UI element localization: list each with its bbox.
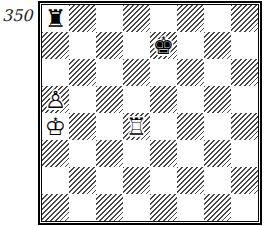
black-rook: ♜♜ [42,5,69,32]
square-b5[interactable] [69,86,96,113]
black-rook-glyph: ♜ [42,5,69,32]
square-b4[interactable] [69,113,96,140]
square-e4[interactable] [150,113,177,140]
square-f6[interactable] [177,59,204,86]
square-e5[interactable] [150,86,177,113]
square-e3[interactable] [150,140,177,167]
white-pawn: ♟♙ [42,86,69,113]
white-king-glyph: ♔ [42,113,69,140]
square-c3[interactable] [96,140,123,167]
square-d5[interactable] [123,86,150,113]
square-h5[interactable] [231,86,258,113]
square-d6[interactable] [123,59,150,86]
square-b1[interactable] [69,194,96,221]
board-inner-frame: ♜♜♚♚♟♙♚♔♜♖ [41,4,259,222]
square-a6[interactable] [42,59,69,86]
square-h7[interactable] [231,32,258,59]
square-g7[interactable] [204,32,231,59]
square-g2[interactable] [204,167,231,194]
board-grid: ♜♜♚♚♟♙♚♔♜♖ [42,5,258,221]
square-a1[interactable] [42,194,69,221]
square-a3[interactable] [42,140,69,167]
square-c7[interactable] [96,32,123,59]
square-f3[interactable] [177,140,204,167]
square-e8[interactable] [150,5,177,32]
white-pawn-glyph: ♙ [42,86,69,113]
square-b7[interactable] [69,32,96,59]
square-a7[interactable] [42,32,69,59]
square-f8[interactable] [177,5,204,32]
square-c1[interactable] [96,194,123,221]
square-f7[interactable] [177,32,204,59]
square-g3[interactable] [204,140,231,167]
square-g6[interactable] [204,59,231,86]
square-a2[interactable] [42,167,69,194]
square-f2[interactable] [177,167,204,194]
square-h1[interactable] [231,194,258,221]
square-d7[interactable] [123,32,150,59]
square-f1[interactable] [177,194,204,221]
square-h2[interactable] [231,167,258,194]
square-b3[interactable] [69,140,96,167]
square-d3[interactable] [123,140,150,167]
square-h6[interactable] [231,59,258,86]
square-e1[interactable] [150,194,177,221]
black-king-glyph: ♚ [150,32,177,59]
square-b6[interactable] [69,59,96,86]
square-e6[interactable] [150,59,177,86]
square-d4[interactable]: ♜♖ [123,113,150,140]
chess-diagram: 350 ♜♜♚♚♟♙♚♔♜♖ [0,0,264,226]
square-f5[interactable] [177,86,204,113]
square-c6[interactable] [96,59,123,86]
square-h3[interactable] [231,140,258,167]
square-g8[interactable] [204,5,231,32]
diagram-number: 350 [2,7,36,25]
square-c5[interactable] [96,86,123,113]
square-g1[interactable] [204,194,231,221]
square-g5[interactable] [204,86,231,113]
square-a4[interactable]: ♚♔ [42,113,69,140]
square-e7[interactable]: ♚♚ [150,32,177,59]
square-d1[interactable] [123,194,150,221]
white-king: ♚♔ [42,113,69,140]
black-king: ♚♚ [150,32,177,59]
square-h8[interactable] [231,5,258,32]
square-b2[interactable] [69,167,96,194]
square-c4[interactable] [96,113,123,140]
square-d8[interactable] [123,5,150,32]
square-a5[interactable]: ♟♙ [42,86,69,113]
square-c8[interactable] [96,5,123,32]
square-a8[interactable]: ♜♜ [42,5,69,32]
square-h4[interactable] [231,113,258,140]
white-rook-glyph: ♖ [123,113,150,140]
square-d2[interactable] [123,167,150,194]
square-c2[interactable] [96,167,123,194]
square-f4[interactable] [177,113,204,140]
white-rook: ♜♖ [123,113,150,140]
chess-board: ♜♜♚♚♟♙♚♔♜♖ [38,1,262,225]
square-b8[interactable] [69,5,96,32]
square-g4[interactable] [204,113,231,140]
square-e2[interactable] [150,167,177,194]
